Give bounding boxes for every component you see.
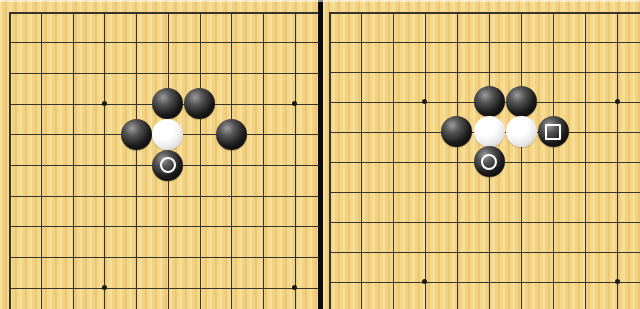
star-point [102, 285, 107, 290]
circle-marker [481, 154, 497, 170]
black-stone [121, 119, 152, 150]
grid-line-vertical [425, 12, 426, 309]
grid-line-vertical [457, 12, 458, 309]
black-stone [184, 88, 215, 119]
black-stone [216, 119, 247, 150]
grid-line-vertical [553, 12, 554, 309]
black-stone [506, 86, 537, 117]
star-point [422, 279, 427, 284]
grid-line-vertical [263, 12, 264, 309]
white-stone [506, 116, 537, 147]
grid-line-horizontal [329, 252, 640, 253]
grid-line-horizontal [329, 282, 640, 283]
white-stone [474, 116, 505, 147]
grid-line-horizontal [9, 288, 318, 289]
grid-line-horizontal [329, 222, 640, 223]
grid-line-vertical [585, 12, 586, 309]
go-problem-diagrams [0, 0, 640, 309]
grid-line-horizontal [329, 72, 640, 73]
star-point [102, 101, 107, 106]
circle-marker [160, 157, 176, 173]
go-board-diagram-2 [323, 0, 640, 309]
grid-line-vertical [41, 12, 42, 309]
top-edge-highlight [0, 0, 640, 2]
star-point [615, 99, 620, 104]
grid-line-vertical [329, 12, 331, 309]
grid-line-horizontal [9, 226, 318, 227]
grid-line-vertical [136, 12, 137, 309]
grid-line-horizontal [329, 42, 640, 43]
grid-line-vertical [393, 12, 394, 309]
grid-line-horizontal [329, 12, 640, 14]
grid-line-vertical [231, 12, 232, 309]
grid-line-vertical [9, 12, 11, 309]
black-stone [152, 150, 183, 181]
grid-line-horizontal [329, 192, 640, 193]
star-point [422, 99, 427, 104]
grid-line-vertical [617, 12, 618, 309]
grid-line-horizontal [9, 42, 318, 43]
grid-line-vertical [200, 12, 201, 309]
black-stone [474, 86, 505, 117]
black-stone [474, 146, 505, 177]
grid-line-vertical [521, 12, 522, 309]
black-stone [538, 116, 569, 147]
star-point [292, 101, 297, 106]
grid-line-vertical [295, 12, 296, 309]
black-stone [152, 88, 183, 119]
grid-line-horizontal [9, 73, 318, 74]
grid-line-horizontal [9, 196, 318, 197]
grid-line-horizontal [9, 12, 318, 14]
black-stone [441, 116, 472, 147]
grid-line-vertical [361, 12, 362, 309]
go-board-diagram-1 [0, 0, 318, 309]
square-marker [545, 124, 561, 140]
white-stone [152, 119, 183, 150]
grid-line-horizontal [9, 257, 318, 258]
grid-line-vertical [104, 12, 105, 309]
star-point [615, 279, 620, 284]
grid-line-vertical [73, 12, 74, 309]
star-point [292, 285, 297, 290]
